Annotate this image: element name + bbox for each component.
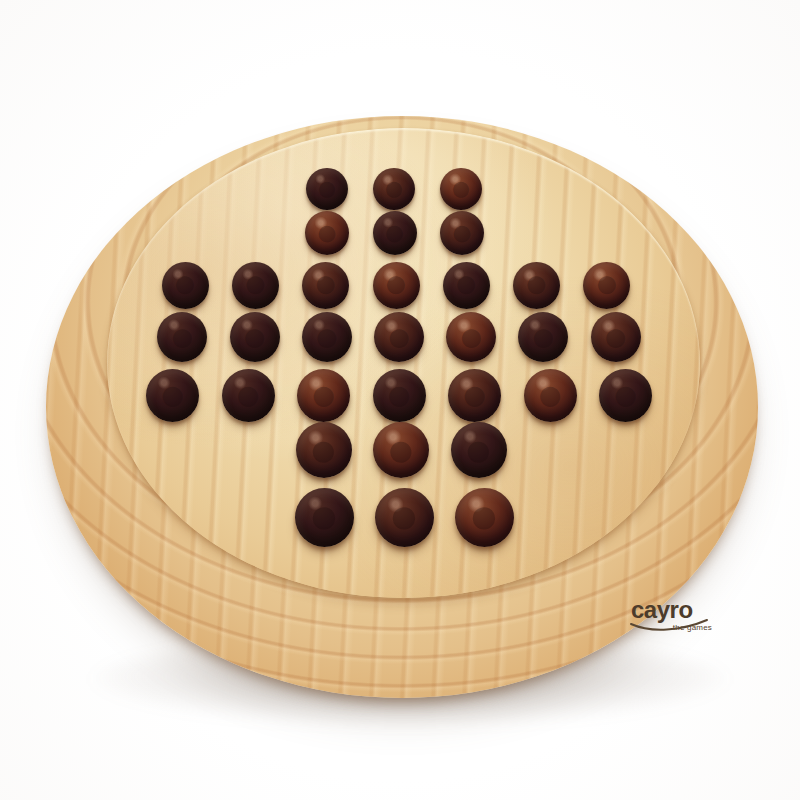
peg-glyph: ● (243, 263, 268, 304)
peg-glyph: ● (468, 490, 499, 542)
marble-r2c3[interactable]: ● (305, 211, 349, 255)
peg-glyph: ● (388, 490, 419, 542)
marble-r5c6[interactable]: ● (524, 369, 577, 422)
peg-glyph: ● (316, 170, 338, 207)
marble-r2c5[interactable]: ● (440, 211, 484, 255)
peg-glyph: ● (315, 213, 338, 252)
marble-r4c1[interactable]: ● (157, 312, 207, 362)
marble-r3c1[interactable]: ● (162, 262, 209, 309)
marble-r4c6[interactable]: ● (518, 312, 568, 362)
peg-glyph: ● (314, 314, 341, 358)
peg-glyph: ● (602, 314, 629, 358)
marble-r6c4[interactable]: ● (373, 422, 429, 478)
peg-glyph: ● (308, 490, 339, 542)
marble-r6c5[interactable]: ● (451, 422, 507, 478)
marble-r3c6[interactable]: ● (513, 262, 560, 309)
peg-glyph: ● (234, 371, 262, 418)
peg-glyph: ● (450, 170, 472, 207)
peg-glyph: ● (454, 263, 479, 304)
peg-glyph: ● (386, 314, 413, 358)
marble-r3c4[interactable]: ● (373, 262, 420, 309)
peg-glyph: ● (385, 371, 413, 418)
marble-r3c5[interactable]: ● (443, 262, 490, 309)
peg-glyph: ● (524, 263, 549, 304)
marble-r5c3[interactable]: ● (297, 369, 350, 422)
peg-glyph: ● (611, 371, 639, 418)
marble-r3c2[interactable]: ● (232, 262, 279, 309)
peg-glyph: ● (386, 424, 416, 473)
marble-r5c1[interactable]: ● (146, 369, 199, 422)
peg-glyph: ● (458, 314, 485, 358)
peg-glyph: ● (530, 314, 557, 358)
marble-r4c2[interactable]: ● (230, 312, 280, 362)
marble-r4c7[interactable]: ● (591, 312, 641, 362)
marble-r5c7[interactable]: ● (599, 369, 652, 422)
peg-glyph: ● (169, 314, 196, 358)
marble-r3c3[interactable]: ● (302, 262, 349, 309)
peg-glyph: ● (450, 213, 473, 252)
marble-r4c4[interactable]: ● (374, 312, 424, 362)
peg-glyph: ● (173, 263, 198, 304)
peg-glyph: ● (383, 170, 405, 207)
peg-glyph: ● (384, 263, 409, 304)
pegs-layer: ●●●●●●●●●●●●●●●●●●●●●●●●●●●●●●●●● (0, 0, 800, 800)
marble-r5c5[interactable]: ● (448, 369, 501, 422)
peg-glyph: ● (241, 314, 268, 358)
marble-r4c5[interactable]: ● (446, 312, 496, 362)
marble-r1c3[interactable]: ● (306, 168, 348, 210)
peg-glyph: ● (536, 371, 564, 418)
peg-glyph: ● (309, 424, 339, 473)
peg-glyph: ● (309, 371, 337, 418)
marble-r7c3[interactable]: ● (295, 488, 354, 547)
marble-r7c4[interactable]: ● (375, 488, 434, 547)
product-photo-scene: cayro the games ●●●●●●●●●●●●●●●●●●●●●●●●… (0, 0, 800, 800)
peg-glyph: ● (594, 263, 619, 304)
peg-glyph: ● (460, 371, 488, 418)
peg-glyph: ● (313, 263, 338, 304)
peg-glyph: ● (383, 213, 406, 252)
marble-r6c3[interactable]: ● (296, 422, 352, 478)
marble-r5c2[interactable]: ● (222, 369, 275, 422)
marble-r7c5[interactable]: ● (455, 488, 514, 547)
marble-r4c3[interactable]: ● (302, 312, 352, 362)
marble-r1c5[interactable]: ● (440, 168, 482, 210)
marble-r2c4[interactable]: ● (373, 211, 417, 255)
marble-r3c7[interactable]: ● (583, 262, 630, 309)
marble-r1c4[interactable]: ● (373, 168, 415, 210)
marble-r5c4[interactable]: ● (373, 369, 426, 422)
peg-glyph: ● (158, 371, 186, 418)
peg-glyph: ● (464, 424, 494, 473)
